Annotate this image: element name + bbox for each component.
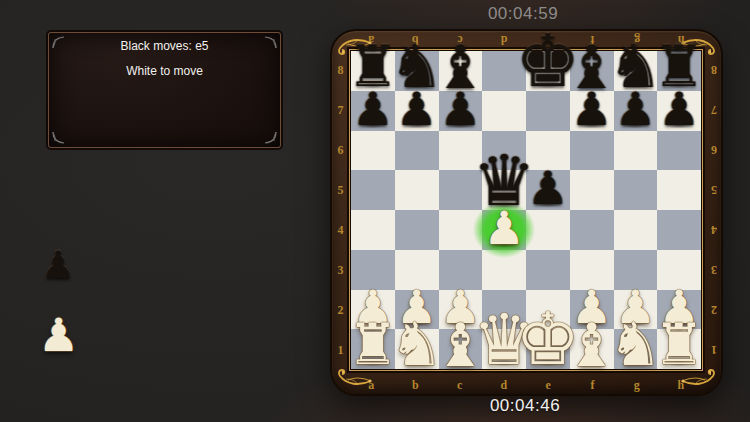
piece-black-pawn-c7[interactable]: ♟	[440, 86, 481, 132]
square-f6[interactable]	[570, 131, 614, 171]
panel-corner-ornament-icon	[264, 36, 277, 49]
square-a1[interactable]: ♜	[351, 329, 395, 369]
coord-label-rank-5: 5	[703, 170, 725, 210]
square-g4[interactable]	[614, 210, 658, 250]
coord-label-rank-3: 3	[332, 250, 349, 290]
captured-pieces-tray: ♟♟	[38, 246, 78, 358]
coord-label-rank-8: 8	[703, 50, 725, 90]
square-h4[interactable]	[657, 210, 701, 250]
square-b1[interactable]: ♞	[395, 329, 439, 369]
rank-labels-right: 87654321	[703, 50, 725, 370]
coord-label-rank-3: 3	[703, 250, 725, 290]
white-clock: 00:04:46	[400, 396, 650, 416]
piece-black-pawn-f7[interactable]: ♟	[571, 86, 612, 132]
coord-label-rank-2: 2	[703, 290, 725, 330]
square-a5[interactable]	[351, 170, 395, 210]
panel-corner-ornament-icon	[264, 131, 277, 144]
coord-label-rank-6: 6	[703, 130, 725, 170]
captured-black-pawn: ♟	[38, 246, 78, 284]
square-b4[interactable]	[395, 210, 439, 250]
piece-black-pawn-a7[interactable]: ♟	[352, 86, 393, 132]
last-move-text: Black moves: e5	[49, 37, 280, 55]
square-b6[interactable]	[395, 131, 439, 171]
coord-label-rank-4: 4	[703, 210, 725, 250]
coord-label-rank-6: 6	[332, 130, 349, 170]
square-g6[interactable]	[614, 131, 658, 171]
piece-black-pawn-g7[interactable]: ♟	[615, 86, 656, 132]
chess-app-screen: 00:04:59 Black moves: e5 White to move ♟…	[0, 0, 750, 422]
coord-label-rank-4: 4	[332, 210, 349, 250]
square-e8[interactable]: ♚	[526, 51, 570, 91]
square-g5[interactable]	[614, 170, 658, 210]
board-inner-border: ♜♞♝♚♝♞♜♟♟♟♟♟♟♛♟♟♟♟♟♟♟♟♜♞♝♛♚♝♞♜	[349, 49, 703, 371]
panel-corner-ornament-icon	[52, 36, 65, 49]
square-c7[interactable]: ♟	[439, 91, 483, 131]
square-f1[interactable]: ♝	[570, 329, 614, 369]
square-e3[interactable]	[526, 250, 570, 290]
piece-white-rook-h1[interactable]: ♜	[654, 316, 705, 373]
square-f5[interactable]	[570, 170, 614, 210]
square-e1[interactable]: ♚	[526, 329, 570, 369]
coord-label-rank-1: 1	[703, 330, 725, 370]
board-squares-grid: ♜♞♝♚♝♞♜♟♟♟♟♟♟♛♟♟♟♟♟♟♟♟♜♞♝♛♚♝♞♜	[351, 51, 701, 369]
square-h6[interactable]	[657, 131, 701, 171]
square-f4[interactable]	[570, 210, 614, 250]
square-f7[interactable]: ♟	[570, 91, 614, 131]
coord-label-rank-5: 5	[332, 170, 349, 210]
chess-board: 87654321 87654321 abcdefgh abcdefgh ♜♞♝♚…	[330, 29, 723, 396]
captured-white-pawn: ♟	[38, 312, 78, 358]
piece-black-pawn-b7[interactable]: ♟	[396, 86, 437, 132]
square-e5[interactable]: ♟	[526, 170, 570, 210]
turn-indicator-text: White to move	[49, 62, 280, 80]
square-d3[interactable]	[482, 250, 526, 290]
square-g7[interactable]: ♟	[614, 91, 658, 131]
square-g1[interactable]: ♞	[614, 329, 658, 369]
coord-label-rank-7: 7	[703, 90, 725, 130]
square-b7[interactable]: ♟	[395, 91, 439, 131]
square-a4[interactable]	[351, 210, 395, 250]
square-a7[interactable]: ♟	[351, 91, 395, 131]
piece-black-pawn-e5[interactable]: ♟	[527, 165, 568, 211]
square-h7[interactable]: ♟	[657, 91, 701, 131]
panel-corner-ornament-icon	[52, 131, 65, 144]
square-d4[interactable]: ♟	[482, 210, 526, 250]
piece-black-pawn-h7[interactable]: ♟	[659, 86, 700, 132]
square-h1[interactable]: ♜	[657, 329, 701, 369]
square-a6[interactable]	[351, 131, 395, 171]
square-b5[interactable]	[395, 170, 439, 210]
move-status-panel: Black moves: e5 White to move	[48, 32, 281, 148]
piece-white-pawn-d4[interactable]: ♟	[484, 205, 525, 251]
square-h5[interactable]	[657, 170, 701, 210]
